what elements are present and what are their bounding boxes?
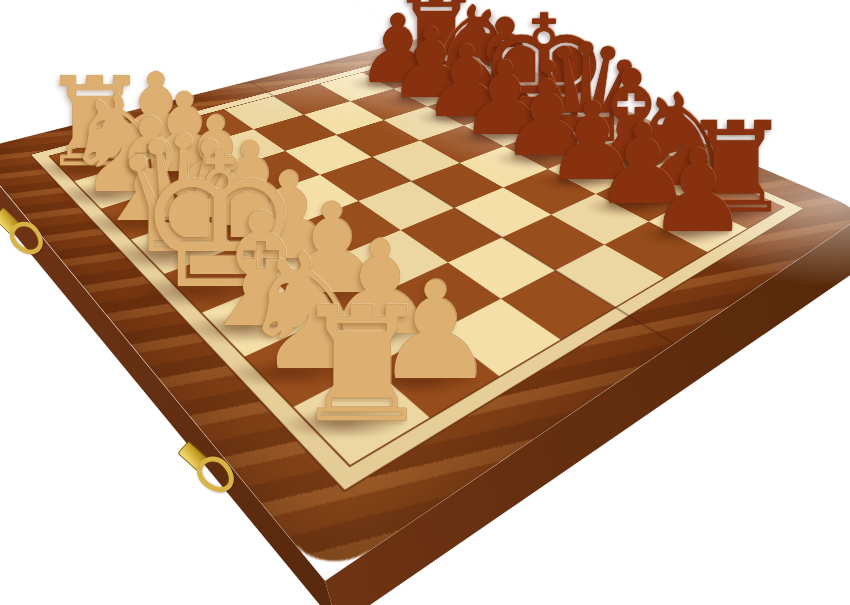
chess-set-photo: ♜♞♝♚♛♝♞♜♟♟♟♟♟♟♟♟♟♟♟♟♟♟♟♟♜♞♝♛♚♝♞♜	[0, 0, 850, 605]
